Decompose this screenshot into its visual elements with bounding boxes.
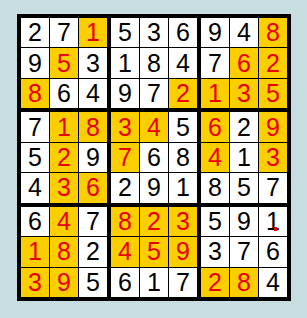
cell-r9c4[interactable]: 6 (111, 268, 139, 297)
cell-digit: 5 (118, 20, 132, 45)
cell-digit: 4 (266, 270, 280, 295)
cell-digit: 1 (118, 51, 132, 76)
cell-r2c2[interactable]: 5 (50, 48, 78, 77)
cell-r3c3[interactable]: 4 (79, 79, 107, 108)
cell-digit: 9 (237, 209, 251, 234)
cell-digit: 9 (28, 51, 42, 76)
cell-digit: 7 (57, 20, 71, 45)
cell-r7c1[interactable]: 6 (21, 207, 49, 236)
cell-digit: 7 (86, 209, 100, 234)
cell-digit: 6 (147, 145, 161, 170)
cell-r5c9[interactable]: 3 (259, 143, 287, 172)
cell-digit: 9 (176, 239, 190, 264)
cell-digit: 5 (176, 115, 190, 140)
cell-digit: 5 (147, 239, 161, 264)
cell-r4c2[interactable]: 1 (50, 112, 78, 141)
cell-r4c7[interactable]: 6 (201, 112, 229, 141)
cell-r9c5[interactable]: 1 (140, 268, 168, 297)
cell-digit: 9 (266, 115, 280, 140)
cell-r6c1[interactable]: 4 (21, 173, 49, 202)
cell-r9c8[interactable]: 8 (230, 268, 258, 297)
cell-r7c3[interactable]: 7 (79, 207, 107, 236)
cell-digit: 2 (208, 270, 222, 295)
cell-r4c3[interactable]: 8 (79, 112, 107, 141)
cell-digit: 2 (147, 209, 161, 234)
cell-r9c7[interactable]: 2 (201, 268, 229, 297)
cell-digit: 1 (237, 145, 251, 170)
cell-digit: 3 (57, 175, 71, 200)
cell-r4c9[interactable]: 9 (259, 112, 287, 141)
sudoku-app: 2715369489531847628649721357183456295297… (0, 0, 307, 318)
cell-digit: 7 (176, 270, 190, 295)
cell-r3c6[interactable]: 2 (169, 79, 197, 108)
cell-digit: 2 (118, 175, 132, 200)
cell-digit: 4 (208, 145, 222, 170)
cell-digit: 2 (266, 51, 280, 76)
cell-digit: 6 (176, 20, 190, 45)
cell-r6c9[interactable]: 7 (259, 173, 287, 202)
sudoku-board: 2715369489531847628649721357183456295297… (17, 14, 291, 301)
cell-r8c6[interactable]: 9 (169, 237, 197, 266)
cell-r8c9[interactable]: 6 (259, 237, 287, 266)
cell-r3c5[interactable]: 7 (140, 79, 168, 108)
cell-r4c8[interactable]: 2 (230, 112, 258, 141)
cell-digit: 9 (57, 270, 71, 295)
cell-r6c3[interactable]: 6 (79, 173, 107, 202)
cell-r3c7[interactable]: 1 (201, 79, 229, 108)
cell-digit: 6 (118, 270, 132, 295)
cell-digit: 2 (57, 145, 71, 170)
cell-r8c2[interactable]: 8 (50, 237, 78, 266)
cell-digit: 4 (57, 209, 71, 234)
cell-digit: 8 (28, 81, 42, 106)
cell-r9c6[interactable]: 7 (169, 268, 197, 297)
cell-r8c3[interactable]: 2 (79, 237, 107, 266)
cell-digit: 1 (208, 81, 222, 106)
cell-digit: 8 (147, 51, 161, 76)
cell-r3c8[interactable]: 3 (230, 79, 258, 108)
cell-r1c1[interactable]: 2 (21, 18, 49, 47)
cell-r8c7[interactable]: 3 (201, 237, 229, 266)
cell-r2c9[interactable]: 2 (259, 48, 287, 77)
cell-r2c5[interactable]: 8 (140, 48, 168, 77)
cell-r4c1[interactable]: 7 (21, 112, 49, 141)
cell-r5c8[interactable]: 1 (230, 143, 258, 172)
cell-digit: 5 (266, 81, 280, 106)
cell-digit: 9 (118, 81, 132, 106)
cell-digit: 7 (147, 81, 161, 106)
cell-r7c7[interactable]: 5 (201, 207, 229, 236)
cell-digit: 9 (147, 175, 161, 200)
cell-r7c2[interactable]: 4 (50, 207, 78, 236)
cell-r2c7[interactable]: 7 (201, 48, 229, 77)
cell-r7c4[interactable]: 8 (111, 207, 139, 236)
cell-digit: 1 (147, 270, 161, 295)
cell-r6c2[interactable]: 3 (50, 173, 78, 202)
cell-r5c3[interactable]: 9 (79, 143, 107, 172)
cell-digit: 8 (237, 270, 251, 295)
cell-digit: 7 (208, 51, 222, 76)
cell-r7c6[interactable]: 3 (169, 207, 197, 236)
cell-digit: 8 (86, 115, 100, 140)
cell-r1c4[interactable]: 5 (111, 18, 139, 47)
cell-r4c6[interactable]: 5 (169, 112, 197, 141)
cell-digit: 2 (237, 115, 251, 140)
cell-digit: 7 (266, 175, 280, 200)
cell-r5c5[interactable]: 6 (140, 143, 168, 172)
cell-digit: 5 (86, 270, 100, 295)
cell-r9c2[interactable]: 9 (50, 268, 78, 297)
cell-digit: 9 (86, 145, 100, 170)
cell-digit: 5 (237, 175, 251, 200)
cell-digit: 8 (176, 145, 190, 170)
cell-r9c9[interactable]: 4 (259, 268, 287, 297)
cell-digit: 6 (28, 209, 42, 234)
cell-r2c1[interactable]: 9 (21, 48, 49, 77)
cell-digit: 6 (237, 51, 251, 76)
cell-r4c4[interactable]: 3 (111, 112, 139, 141)
cell-digit: 6 (57, 81, 71, 106)
cell-r1c9[interactable]: 8 (259, 18, 287, 47)
cell-r8c5[interactable]: 5 (140, 237, 168, 266)
cell-digit: 5 (208, 209, 222, 234)
cell-r6c8[interactable]: 5 (230, 173, 258, 202)
cell-r1c7[interactable]: 9 (201, 18, 229, 47)
cell-r6c5[interactable]: 9 (140, 173, 168, 202)
cell-r2c4[interactable]: 1 (111, 48, 139, 77)
cell-r2c6[interactable]: 4 (169, 48, 197, 77)
cell-digit: 3 (237, 81, 251, 106)
red-mark (274, 227, 277, 231)
cell-digit: 2 (28, 20, 42, 45)
cell-r5c6[interactable]: 8 (169, 143, 197, 172)
cell-r8c8[interactable]: 7 (230, 237, 258, 266)
cell-digit: 1 (86, 20, 100, 45)
cell-r6c6[interactable]: 1 (169, 173, 197, 202)
cell-digit: 3 (266, 145, 280, 170)
cell-r6c4[interactable]: 2 (111, 173, 139, 202)
cell-digit: 9 (208, 20, 222, 45)
cell-r1c5[interactable]: 3 (140, 18, 168, 47)
cell-r7c8[interactable]: 9 (230, 207, 258, 236)
cell-r5c1[interactable]: 5 (21, 143, 49, 172)
cell-r5c7[interactable]: 4 (201, 143, 229, 172)
cell-r5c4[interactable]: 7 (111, 143, 139, 172)
cell-digit: 7 (118, 145, 132, 170)
cell-digit: 6 (266, 239, 280, 264)
cell-digit: 7 (28, 115, 42, 140)
cell-digit: 4 (176, 51, 190, 76)
cell-r9c3[interactable]: 5 (79, 268, 107, 297)
cell-r4c5[interactable]: 4 (140, 112, 168, 141)
cell-r8c1[interactable]: 1 (21, 237, 49, 266)
cell-digit: 3 (176, 209, 190, 234)
cell-digit: 8 (118, 209, 132, 234)
cell-digit: 2 (176, 81, 190, 106)
cell-digit: 3 (86, 51, 100, 76)
cell-digit: 3 (208, 239, 222, 264)
cell-digit: 4 (147, 115, 161, 140)
cell-digit: 3 (28, 270, 42, 295)
cell-r3c2[interactable]: 6 (50, 79, 78, 108)
cell-r8c4[interactable]: 4 (111, 237, 139, 266)
cell-digit: 1 (57, 115, 71, 140)
cell-digit: 2 (86, 239, 100, 264)
cell-digit: 1 (28, 239, 42, 264)
cell-digit: 5 (28, 145, 42, 170)
cell-digit: 4 (237, 20, 251, 45)
cell-r1c8[interactable]: 4 (230, 18, 258, 47)
cell-r3c9[interactable]: 5 (259, 79, 287, 108)
cell-r7c5[interactable]: 2 (140, 207, 168, 236)
cell-r3c1[interactable]: 8 (21, 79, 49, 108)
cell-digit: 3 (147, 20, 161, 45)
cell-r9c1[interactable]: 3 (21, 268, 49, 297)
cell-r1c3[interactable]: 1 (79, 18, 107, 47)
cell-digit: 4 (28, 175, 42, 200)
cell-digit: 3 (118, 115, 132, 140)
cell-digit: 5 (57, 51, 71, 76)
cell-digit: 6 (86, 175, 100, 200)
cell-digit: 1 (176, 175, 190, 200)
cell-digit: 8 (208, 175, 222, 200)
cell-r2c8[interactable]: 6 (230, 48, 258, 77)
cell-r7c9[interactable]: 1 (259, 207, 287, 236)
cell-digit: 4 (86, 81, 100, 106)
cell-r2c3[interactable]: 3 (79, 48, 107, 77)
cell-r1c6[interactable]: 6 (169, 18, 197, 47)
cell-digit: 6 (208, 115, 222, 140)
cell-digit: 4 (118, 239, 132, 264)
cell-r5c2[interactable]: 2 (50, 143, 78, 172)
cell-r3c4[interactable]: 9 (111, 79, 139, 108)
cell-digit: 8 (57, 239, 71, 264)
cell-digit: 7 (237, 239, 251, 264)
cell-digit: 8 (266, 20, 280, 45)
cell-r1c2[interactable]: 7 (50, 18, 78, 47)
cell-r6c7[interactable]: 8 (201, 173, 229, 202)
